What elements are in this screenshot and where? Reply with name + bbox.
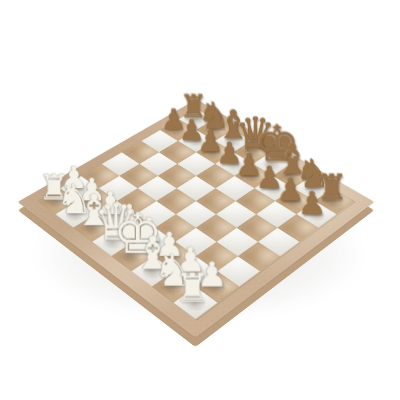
piece-contact-shadow	[180, 293, 209, 314]
piece-contact-shadow	[184, 134, 208, 149]
chess-board: ♜♞♝♛♚♝♞♜♟♟♟♟♟♟♟♟♟♟♟♟♟♟♟♟♜♞♝♛♚♝♞♜	[18, 99, 374, 337]
piece-contact-shadow	[279, 168, 304, 184]
piece-contact-shadow	[80, 219, 107, 237]
piece-contact-shadow	[299, 180, 325, 197]
piece-contact-shadow	[240, 168, 265, 184]
piece-contact-shadow	[321, 193, 347, 210]
piece-contact-shadow	[140, 233, 167, 252]
chess-set-photo: ♜♞♝♛♚♝♞♜♟♟♟♟♟♟♟♟♟♟♟♟♟♟♟♟♜♞♝♛♚♝♞♜	[0, 0, 400, 400]
piece-contact-shadow	[62, 206, 88, 224]
